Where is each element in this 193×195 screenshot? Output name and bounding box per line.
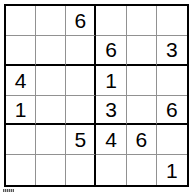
sudoku-cell-r4c1: 1 <box>6 96 36 126</box>
sudoku-cell-r6c3[interactable] <box>66 155 96 185</box>
sudoku-cell-r2c5[interactable] <box>127 36 157 66</box>
sudoku-cell-r4c2[interactable] <box>36 96 66 126</box>
sudoku-cell-r1c5[interactable] <box>127 6 157 36</box>
sudoku-cell-r5c4: 4 <box>96 125 126 155</box>
page-background: 663411365461 <box>0 0 193 195</box>
sudoku-cell-r1c1[interactable] <box>6 6 36 36</box>
sudoku-cell-r6c5[interactable] <box>127 155 157 185</box>
sudoku-board: 663411365461 <box>4 4 189 187</box>
sudoku-cell-r4c5[interactable] <box>127 96 157 126</box>
sudoku-cell-r1c6[interactable] <box>157 6 187 36</box>
sudoku-cell-r4c4: 3 <box>96 96 126 126</box>
sudoku-cell-r2c4: 6 <box>96 36 126 66</box>
sudoku-cell-r5c1[interactable] <box>6 125 36 155</box>
sudoku-cell-r2c3[interactable] <box>66 36 96 66</box>
sudoku-cell-r3c1: 4 <box>6 66 36 96</box>
sudoku-cell-r6c2[interactable] <box>36 155 66 185</box>
sudoku-cell-r3c5[interactable] <box>127 66 157 96</box>
sudoku-cell-r2c6: 3 <box>157 36 187 66</box>
sudoku-cell-r5c5: 6 <box>127 125 157 155</box>
sudoku-cell-r4c6: 6 <box>157 96 187 126</box>
sudoku-cell-r1c2[interactable] <box>36 6 66 36</box>
sudoku-cell-r2c2[interactable] <box>36 36 66 66</box>
sudoku-cell-r5c3: 5 <box>66 125 96 155</box>
sudoku-cell-r5c2[interactable] <box>36 125 66 155</box>
sudoku-cell-r3c6[interactable] <box>157 66 187 96</box>
sudoku-cell-r2c1[interactable] <box>6 36 36 66</box>
sudoku-cell-r5c6[interactable] <box>157 125 187 155</box>
watermark <box>3 189 14 192</box>
sudoku-cell-r4c3[interactable] <box>66 96 96 126</box>
sudoku-cell-r3c4: 1 <box>96 66 126 96</box>
sudoku-cell-r1c3: 6 <box>66 6 96 36</box>
sudoku-cell-r1c4[interactable] <box>96 6 126 36</box>
sudoku-cell-r6c4[interactable] <box>96 155 126 185</box>
sudoku-cell-r3c3[interactable] <box>66 66 96 96</box>
sudoku-cell-r6c1[interactable] <box>6 155 36 185</box>
sudoku-cell-r3c2[interactable] <box>36 66 66 96</box>
sudoku-cell-r6c6: 1 <box>157 155 187 185</box>
